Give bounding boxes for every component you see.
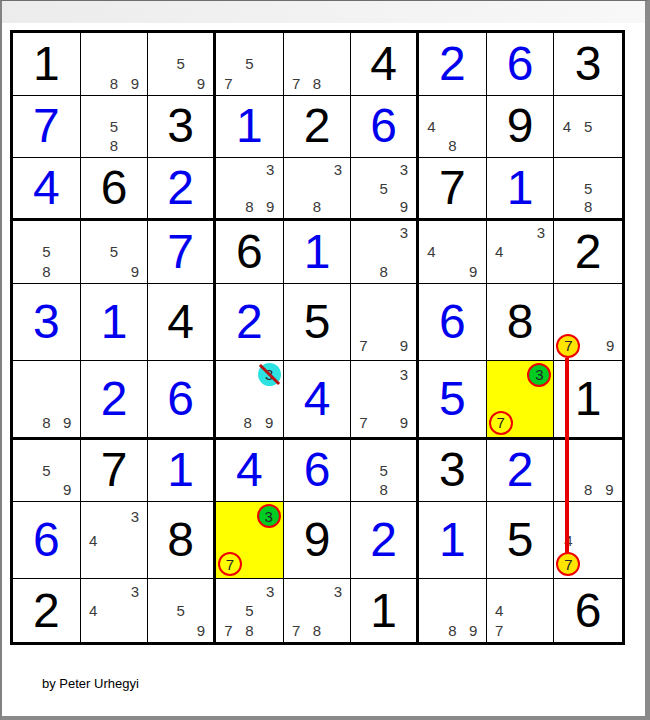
solved-digit: 6	[33, 516, 60, 564]
solved-digit: 2	[370, 516, 397, 564]
solved-digit: 7	[33, 102, 60, 150]
candidate-grid: 37	[487, 361, 554, 437]
candidate-5: 5	[36, 242, 57, 261]
cell-r8c7[interactable]: 1	[419, 502, 487, 579]
given-digit: 5	[507, 516, 534, 564]
cell-r4c7[interactable]: 49	[419, 221, 487, 284]
candidate-9: 9	[260, 197, 281, 216]
cell-r5c6[interactable]: 79	[351, 284, 419, 361]
candidate-7: 7	[286, 73, 307, 92]
solved-digit: 1	[507, 164, 534, 212]
candidate-9: 9	[599, 480, 620, 499]
solved-digit: 2	[439, 40, 466, 88]
cell-r5c2[interactable]: 1	[81, 284, 149, 361]
cell-r6c8[interactable]: 37	[487, 361, 555, 440]
candidate-9: 9	[124, 73, 145, 92]
cell-r3c5[interactable]: 38	[284, 158, 352, 221]
elimination-slash-icon	[259, 364, 280, 385]
cell-r3c9[interactable]: 58	[554, 158, 622, 221]
cell-r1c5[interactable]: 78	[284, 33, 352, 96]
solved-digit: 1	[236, 102, 263, 150]
cell-r2c6[interactable]: 6	[351, 96, 419, 159]
given-digit: 5	[304, 298, 331, 346]
cell-r7c8[interactable]: 2	[487, 440, 555, 503]
candidate-4: 4	[83, 601, 104, 621]
cell-r3c3[interactable]: 2	[148, 158, 216, 221]
candidate-7-mark-ring: 7	[218, 552, 242, 576]
candidate-grid: 89	[81, 33, 148, 95]
candidate-grid: 89	[419, 579, 486, 642]
candidate-grid: 58	[554, 158, 622, 218]
solved-digit: 5	[439, 375, 466, 423]
solved-digit: 2	[167, 164, 194, 212]
solved-digit: 6	[167, 375, 194, 423]
candidate-5: 5	[374, 461, 394, 480]
solved-digit: 2	[507, 446, 534, 494]
cell-r9c8[interactable]: 47	[487, 579, 555, 642]
candidate-grid: 48	[419, 96, 486, 158]
candidate-4: 4	[489, 601, 510, 621]
candidate-8: 8	[442, 620, 463, 640]
candidate-9: 9	[463, 620, 484, 640]
candidate-4: 4	[556, 117, 577, 136]
cell-r5c7[interactable]: 6	[419, 284, 487, 361]
candidate-3: 3	[260, 160, 281, 179]
candidate-8: 8	[36, 411, 57, 435]
solved-digit: 1	[304, 228, 331, 276]
candidate-8: 8	[578, 197, 599, 216]
candidate-8: 8	[307, 197, 328, 216]
candidate-9: 9	[394, 197, 414, 216]
candidate-grid: 89	[13, 361, 80, 437]
candidate-8: 8	[374, 261, 394, 280]
cell-r7c2[interactable]: 7	[81, 440, 149, 503]
candidate-3: 3	[124, 504, 145, 528]
cell-r2c1[interactable]: 7	[13, 96, 81, 159]
candidate-9: 9	[600, 334, 620, 358]
given-digit: 6	[575, 587, 602, 635]
candidate-8: 8	[374, 480, 394, 499]
cell-r1c6[interactable]: 4	[351, 33, 419, 96]
candidate-grid: 59	[81, 221, 148, 283]
candidate-9: 9	[191, 620, 211, 640]
cell-r9c1[interactable]: 2	[13, 579, 81, 642]
candidate-7: 7	[489, 620, 510, 640]
solved-digit: 1	[167, 446, 194, 494]
cell-r2c3[interactable]: 3	[148, 96, 216, 159]
candidate-grid: 378	[284, 579, 351, 642]
candidate-8: 8	[307, 73, 328, 92]
candidate-5: 5	[374, 179, 394, 198]
cell-r4c8[interactable]: 34	[487, 221, 555, 284]
cell-r8c3[interactable]: 8	[148, 502, 216, 579]
cell-r2c7[interactable]: 48	[419, 96, 487, 159]
solved-digit: 1	[439, 516, 466, 564]
candidate-grid: 59	[13, 440, 80, 502]
cell-r1c9[interactable]: 3	[554, 33, 622, 96]
candidate-grid: 79	[554, 284, 622, 360]
cell-r7c3[interactable]: 1	[148, 440, 216, 503]
solved-digit: 1	[101, 298, 128, 346]
solved-digit: 6	[304, 446, 331, 494]
cell-r2c2[interactable]: 58	[81, 96, 149, 159]
candidate-7: 7	[218, 620, 239, 640]
cell-r8c5[interactable]: 9	[284, 502, 352, 579]
candidate-3-mark-cyan-slash: 3	[258, 363, 281, 386]
cell-r3c1[interactable]: 4	[13, 158, 81, 221]
cell-r4c4[interactable]: 6	[216, 221, 284, 284]
candidate-7-mark-yellow: 7	[556, 334, 580, 358]
cell-r1c7[interactable]: 2	[419, 33, 487, 96]
candidate-grid: 57	[216, 33, 283, 95]
cell-r3c7[interactable]: 7	[419, 158, 487, 221]
cell-r9c6[interactable]: 1	[351, 579, 419, 642]
candidate-3: 3	[327, 581, 348, 601]
candidate-3-mark-green: 3	[527, 363, 551, 387]
candidate-grid: 389	[216, 158, 283, 218]
candidate-3: 3	[124, 581, 145, 601]
given-digit: 1	[370, 587, 397, 635]
cell-r7c7[interactable]: 3	[419, 440, 487, 503]
candidate-8: 8	[36, 261, 57, 280]
candidate-4: 4	[489, 242, 510, 261]
cell-r2c8[interactable]: 9	[487, 96, 555, 159]
cell-r8c4[interactable]: 37	[216, 502, 284, 579]
cell-r6c5[interactable]: 4	[284, 361, 352, 440]
given-digit: 8	[507, 298, 534, 346]
candidate-9: 9	[191, 73, 211, 92]
candidate-4: 4	[421, 117, 442, 136]
candidate-grid: 59	[148, 579, 213, 642]
window-top-bar	[2, 1, 645, 23]
board-wrap: 1895957784263758312648945462389383597158…	[10, 30, 625, 645]
candidate-9: 9	[124, 261, 145, 280]
candidate-grid: 3578	[216, 579, 283, 642]
cell-r4c6[interactable]: 38	[351, 221, 419, 284]
cell-r5c3[interactable]: 4	[148, 284, 216, 361]
candidate-9: 9	[394, 334, 414, 358]
candidate-5: 5	[171, 54, 191, 73]
cell-r4c9[interactable]: 2	[554, 221, 622, 284]
candidate-7-mark-yellow: 7	[556, 552, 580, 576]
cell-r1c8[interactable]: 6	[487, 33, 555, 96]
cell-r2c5[interactable]: 2	[284, 96, 352, 159]
candidate-grid: 47	[487, 579, 554, 642]
cell-r9c5[interactable]: 378	[284, 579, 352, 642]
cell-r6c1[interactable]: 89	[13, 361, 81, 440]
cell-r7c4[interactable]: 4	[216, 440, 284, 503]
given-digit: 1	[575, 375, 602, 423]
candidate-4: 4	[83, 528, 104, 552]
cell-r1c1[interactable]: 1	[13, 33, 81, 96]
cell-r8c8[interactable]: 5	[487, 502, 555, 579]
credit-text: by Peter Urhegyi	[10, 676, 645, 691]
given-digit: 2	[33, 587, 60, 635]
candidate-3: 3	[394, 160, 414, 179]
candidate-3-mark-green: 3	[257, 504, 281, 528]
cell-r8c1[interactable]: 6	[13, 502, 81, 579]
solved-digit: 2	[101, 375, 128, 423]
candidate-8: 8	[238, 411, 258, 435]
cell-r6c3[interactable]: 6	[148, 361, 216, 440]
given-digit: 2	[304, 102, 331, 150]
given-digit: 3	[167, 102, 194, 150]
cell-r1c2[interactable]: 89	[81, 33, 149, 96]
candidate-8: 8	[307, 620, 328, 640]
cell-r5c5[interactable]: 5	[284, 284, 352, 361]
candidate-3: 3	[260, 581, 281, 601]
given-digit: 8	[167, 516, 194, 564]
given-digit: 2	[575, 228, 602, 276]
candidate-7: 7	[218, 73, 239, 92]
given-digit: 9	[304, 516, 331, 564]
given-digit: 4	[167, 298, 194, 346]
candidate-grid: 389	[216, 361, 283, 437]
candidate-3: 3	[530, 223, 551, 242]
cell-r4c1[interactable]: 58	[13, 221, 81, 284]
solved-digit: 6	[370, 102, 397, 150]
candidate-3: 3	[394, 223, 414, 242]
candidate-7-mark-ring: 7	[489, 411, 513, 435]
cell-r9c3[interactable]: 59	[148, 579, 216, 642]
candidate-8: 8	[442, 136, 463, 155]
cell-r7c1[interactable]: 59	[13, 440, 81, 503]
solved-digit: 6	[439, 298, 466, 346]
cell-r4c5[interactable]: 1	[284, 221, 352, 284]
cell-r7c5[interactable]: 6	[284, 440, 352, 503]
given-digit: 3	[575, 40, 602, 88]
candidate-grid: 58	[13, 221, 80, 283]
candidate-9: 9	[258, 411, 281, 435]
candidate-grid: 49	[419, 221, 486, 283]
cell-r2c9[interactable]: 45	[554, 96, 622, 159]
candidate-5: 5	[578, 117, 599, 136]
cell-r9c4[interactable]: 3578	[216, 579, 284, 642]
cell-r5c9[interactable]: 79	[554, 284, 622, 361]
candidate-grid: 58	[351, 440, 416, 502]
candidate-3: 3	[394, 363, 414, 387]
candidate-5: 5	[104, 117, 125, 136]
sudoku-board: 1895957784263758312648945462389383597158…	[10, 30, 625, 645]
cell-r9c9[interactable]: 6	[554, 579, 622, 642]
candidate-grid: 38	[351, 221, 416, 283]
cell-r2c4[interactable]: 1	[216, 96, 284, 159]
given-digit: 3	[439, 446, 466, 494]
given-digit: 1	[33, 40, 60, 88]
candidate-5: 5	[578, 179, 599, 198]
cell-r4c3[interactable]: 7	[148, 221, 216, 284]
given-digit: 6	[101, 164, 128, 212]
cell-r1c4[interactable]: 57	[216, 33, 284, 96]
candidate-8: 8	[104, 136, 125, 155]
candidate-grid: 34	[487, 221, 554, 283]
candidate-grid: 34	[81, 502, 148, 578]
cell-r7c6[interactable]: 58	[351, 440, 419, 503]
candidate-9: 9	[463, 261, 484, 280]
cell-r5c8[interactable]: 8	[487, 284, 555, 361]
candidate-7: 7	[286, 620, 307, 640]
solved-digit: 7	[167, 228, 194, 276]
candidate-8: 8	[104, 73, 125, 92]
cell-r6c2[interactable]: 2	[81, 361, 149, 440]
given-digit: 9	[507, 102, 534, 150]
solved-digit: 4	[33, 164, 60, 212]
cell-r6c7[interactable]: 5	[419, 361, 487, 440]
cell-r9c7[interactable]: 89	[419, 579, 487, 642]
candidate-9: 9	[394, 411, 414, 435]
candidate-grid: 379	[351, 361, 416, 437]
candidate-9: 9	[57, 411, 78, 435]
content-area: 1895957784263758312648945462389383597158…	[2, 23, 645, 691]
candidate-grid: 59	[148, 33, 213, 95]
candidate-grid: 79	[351, 284, 416, 360]
candidate-7: 7	[353, 411, 373, 435]
candidate-8: 8	[239, 197, 260, 216]
solved-digit: 2	[236, 298, 263, 346]
cell-r1c3[interactable]: 59	[148, 33, 216, 96]
candidate-3: 3	[327, 160, 348, 179]
candidate-8: 8	[578, 480, 599, 499]
cell-r5c1[interactable]: 3	[13, 284, 81, 361]
cell-r3c2[interactable]: 6	[81, 158, 149, 221]
cell-r4c2[interactable]: 59	[81, 221, 149, 284]
candidate-grid: 359	[351, 158, 416, 218]
candidate-9: 9	[57, 480, 78, 499]
cell-r6c4[interactable]: 389	[216, 361, 284, 440]
candidate-5: 5	[104, 242, 125, 261]
candidate-5: 5	[239, 54, 260, 73]
candidate-5: 5	[36, 461, 57, 480]
cell-r3c4[interactable]: 389	[216, 158, 284, 221]
given-digit: 4	[370, 40, 397, 88]
candidate-grid: 34	[81, 579, 148, 642]
solved-digit: 4	[304, 375, 331, 423]
candidate-grid: 78	[284, 33, 351, 95]
cell-r3c6[interactable]: 359	[351, 158, 419, 221]
cell-r9c2[interactable]: 34	[81, 579, 149, 642]
solved-digit: 4	[236, 446, 263, 494]
candidate-4: 4	[421, 242, 442, 261]
solved-digit: 3	[33, 298, 60, 346]
solved-digit: 6	[507, 40, 534, 88]
given-digit: 7	[439, 164, 466, 212]
cell-r6c6[interactable]: 379	[351, 361, 419, 440]
candidate-grid: 37	[216, 502, 283, 578]
candidate-5: 5	[239, 601, 260, 621]
cell-r8c6[interactable]: 2	[351, 502, 419, 579]
candidate-grid: 38	[284, 158, 351, 218]
cell-r3c8[interactable]: 1	[487, 158, 555, 221]
candidate-7: 7	[353, 334, 373, 358]
given-digit: 6	[236, 228, 263, 276]
candidate-grid: 45	[554, 96, 622, 158]
candidate-grid: 58	[81, 96, 148, 158]
given-digit: 7	[101, 446, 128, 494]
chain-line	[565, 358, 569, 561]
candidate-5: 5	[171, 601, 191, 621]
cell-r5c4[interactable]: 2	[216, 284, 284, 361]
cell-r8c2[interactable]: 34	[81, 502, 149, 579]
candidate-8: 8	[239, 620, 260, 640]
